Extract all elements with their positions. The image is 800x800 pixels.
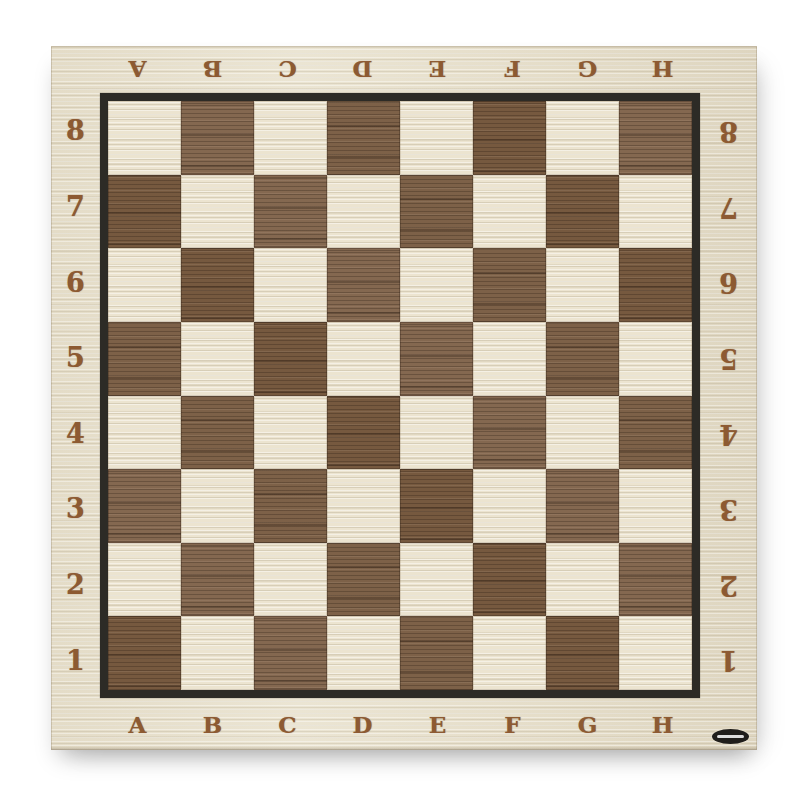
square-g1 — [546, 616, 619, 690]
file-labels-bottom: ABCDEFGH — [100, 698, 700, 750]
square-h8 — [619, 101, 692, 175]
square-a1 — [108, 616, 181, 690]
square-h1 — [619, 616, 692, 690]
file-label-top-a: A — [100, 46, 175, 93]
rank-label-left-3: 3 — [51, 471, 100, 547]
square-a3 — [108, 469, 181, 543]
square-f6 — [473, 248, 546, 322]
square-e2 — [400, 543, 473, 617]
square-c4 — [254, 396, 327, 470]
square-h6 — [619, 248, 692, 322]
square-g3 — [546, 469, 619, 543]
square-f1 — [473, 616, 546, 690]
square-c3 — [254, 469, 327, 543]
square-h4 — [619, 396, 692, 470]
product-photo-background: ABCDEFGH 87654321 87654321 ABCDEFGH — [0, 0, 800, 800]
square-d2 — [327, 543, 400, 617]
square-e5 — [400, 322, 473, 396]
square-f4 — [473, 396, 546, 470]
square-f8 — [473, 101, 546, 175]
rank-label-left-2: 2 — [51, 547, 100, 623]
square-d5 — [327, 322, 400, 396]
square-b2 — [181, 543, 254, 617]
manufacturer-logo-oval — [712, 729, 749, 744]
rank-label-left-5: 5 — [51, 320, 100, 396]
rank-label-right-5: 5 — [700, 320, 757, 396]
rank-label-right-2: 2 — [700, 547, 757, 623]
chess-board: ABCDEFGH 87654321 87654321 ABCDEFGH — [51, 46, 757, 750]
square-b3 — [181, 469, 254, 543]
square-e8 — [400, 101, 473, 175]
rank-labels-right: 87654321 — [700, 93, 757, 698]
square-b7 — [181, 175, 254, 249]
square-e6 — [400, 248, 473, 322]
rank-label-right-7: 7 — [700, 169, 757, 245]
squares-grid — [108, 101, 692, 690]
square-a6 — [108, 248, 181, 322]
playing-area — [100, 93, 700, 698]
square-a8 — [108, 101, 181, 175]
square-c2 — [254, 543, 327, 617]
square-h3 — [619, 469, 692, 543]
square-e3 — [400, 469, 473, 543]
square-a5 — [108, 322, 181, 396]
square-c7 — [254, 175, 327, 249]
square-g7 — [546, 175, 619, 249]
square-e4 — [400, 396, 473, 470]
square-b6 — [181, 248, 254, 322]
rank-label-right-1: 1 — [700, 622, 757, 698]
rank-label-right-6: 6 — [700, 244, 757, 320]
square-f2 — [473, 543, 546, 617]
file-label-bottom-e: E — [400, 698, 475, 750]
square-c1 — [254, 616, 327, 690]
rank-label-right-3: 3 — [700, 471, 757, 547]
square-f3 — [473, 469, 546, 543]
square-d1 — [327, 616, 400, 690]
file-label-bottom-h: H — [625, 698, 700, 750]
square-b4 — [181, 396, 254, 470]
square-f5 — [473, 322, 546, 396]
file-label-top-f: F — [475, 46, 550, 93]
file-label-bottom-g: G — [550, 698, 625, 750]
square-d6 — [327, 248, 400, 322]
rank-label-right-8: 8 — [700, 93, 757, 169]
square-a2 — [108, 543, 181, 617]
square-g4 — [546, 396, 619, 470]
file-label-bottom-a: A — [100, 698, 175, 750]
square-g6 — [546, 248, 619, 322]
file-label-bottom-d: D — [325, 698, 400, 750]
square-h5 — [619, 322, 692, 396]
square-a4 — [108, 396, 181, 470]
file-label-bottom-b: B — [175, 698, 250, 750]
square-a7 — [108, 175, 181, 249]
square-g2 — [546, 543, 619, 617]
rank-label-left-1: 1 — [51, 622, 100, 698]
file-label-top-e: E — [400, 46, 475, 93]
rank-label-left-7: 7 — [51, 169, 100, 245]
square-d8 — [327, 101, 400, 175]
square-c6 — [254, 248, 327, 322]
square-e1 — [400, 616, 473, 690]
square-b1 — [181, 616, 254, 690]
square-d3 — [327, 469, 400, 543]
file-label-bottom-c: C — [250, 698, 325, 750]
file-label-top-g: G — [550, 46, 625, 93]
square-b5 — [181, 322, 254, 396]
square-f7 — [473, 175, 546, 249]
square-c5 — [254, 322, 327, 396]
rank-label-left-6: 6 — [51, 244, 100, 320]
square-h2 — [619, 543, 692, 617]
square-d7 — [327, 175, 400, 249]
square-d4 — [327, 396, 400, 470]
square-b8 — [181, 101, 254, 175]
square-g8 — [546, 101, 619, 175]
file-label-top-b: B — [175, 46, 250, 93]
file-labels-top: ABCDEFGH — [100, 46, 700, 93]
square-e7 — [400, 175, 473, 249]
rank-labels-left: 87654321 — [51, 93, 100, 698]
square-g5 — [546, 322, 619, 396]
rank-label-left-8: 8 — [51, 93, 100, 169]
file-label-top-h: H — [625, 46, 700, 93]
file-label-top-d: D — [325, 46, 400, 93]
square-c8 — [254, 101, 327, 175]
square-h7 — [619, 175, 692, 249]
file-label-top-c: C — [250, 46, 325, 93]
rank-label-left-4: 4 — [51, 396, 100, 472]
rank-label-right-4: 4 — [700, 396, 757, 472]
file-label-bottom-f: F — [475, 698, 550, 750]
